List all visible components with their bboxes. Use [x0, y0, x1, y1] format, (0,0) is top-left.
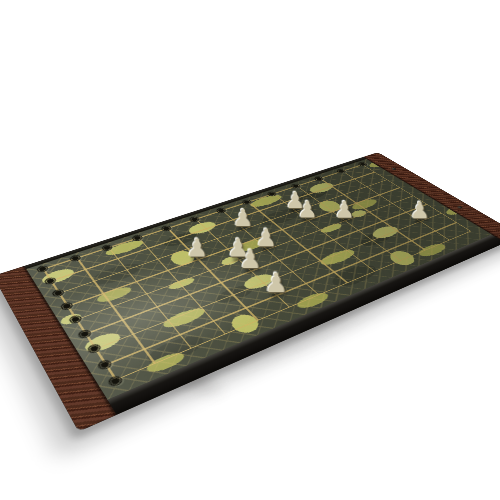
silver-pin-piece[interactable]: ♟: [261, 269, 289, 296]
silver-pin-piece[interactable]: ♟: [295, 198, 319, 221]
silver-pin-piece[interactable]: ♟: [407, 199, 431, 222]
black-stud-piece[interactable]: ◉: [311, 175, 325, 182]
silver-pin-piece[interactable]: ♟: [184, 235, 210, 260]
black-stud-piece[interactable]: ◉: [75, 326, 93, 339]
product-photo-stage: ◉◉◉◉◉◉◉◉◉◉◉◉◉◉◉♟♟◉♟♟◉♟♟♟◉♟◉♟◉♟◉: [0, 0, 500, 500]
silver-pin-piece[interactable]: ♟: [231, 206, 256, 230]
black-stud-piece[interactable]: ◉: [333, 168, 347, 175]
silver-pin-piece[interactable]: ♟: [236, 246, 263, 272]
silver-pin-piece[interactable]: ♟: [332, 198, 356, 221]
